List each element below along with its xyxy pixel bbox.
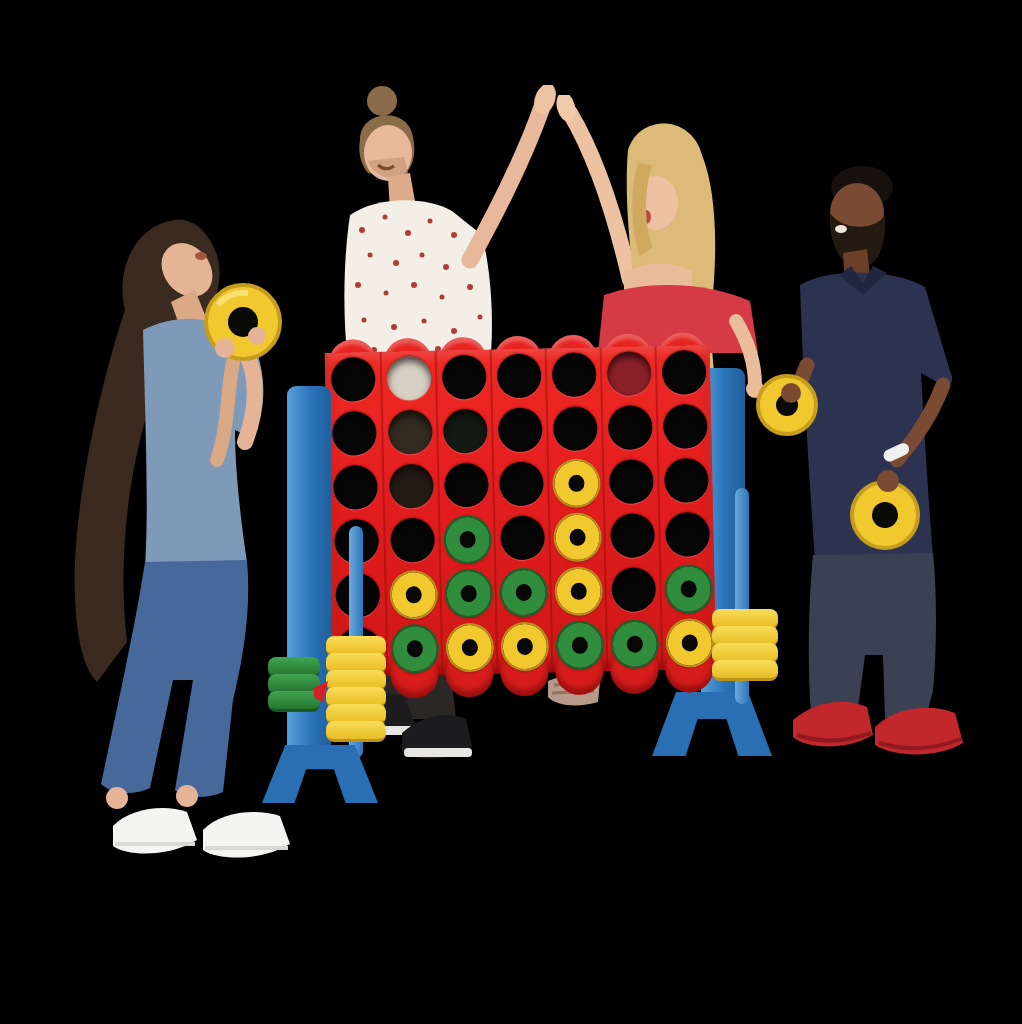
board-cell-r3c5[interactable] bbox=[547, 455, 603, 510]
yellow-disc bbox=[391, 571, 436, 617]
board-hole bbox=[551, 352, 596, 397]
board-cell-r3c2[interactable] bbox=[382, 459, 438, 514]
board-cell-r2c5[interactable] bbox=[546, 401, 602, 456]
board-hole bbox=[333, 465, 378, 510]
board-hole bbox=[496, 354, 541, 399]
green-disc bbox=[446, 570, 491, 616]
woman-left-ankle bbox=[106, 787, 128, 809]
blonde-raised-arm bbox=[570, 113, 630, 280]
board-hole bbox=[391, 572, 436, 617]
board-hole bbox=[386, 356, 431, 401]
board-hole bbox=[444, 463, 489, 508]
board-hole bbox=[330, 357, 375, 402]
board-cell-r1c5[interactable] bbox=[545, 347, 601, 402]
board-hole bbox=[667, 620, 712, 665]
board-cell-r2c3[interactable] bbox=[436, 404, 492, 459]
man-right-hand2 bbox=[877, 470, 899, 492]
board-hole bbox=[392, 626, 437, 671]
person-woman-left bbox=[55, 210, 315, 870]
scene bbox=[0, 0, 1022, 1024]
man-right-jeans bbox=[809, 553, 936, 721]
board-cell-r5c4[interactable] bbox=[494, 564, 550, 619]
left-rack-yellow-stack[interactable] bbox=[326, 640, 386, 742]
board-cell-r4c2[interactable] bbox=[383, 513, 439, 568]
woman-left-open-smile bbox=[195, 252, 207, 260]
man-bun-hair bbox=[367, 86, 397, 116]
board-cell-r3c6[interactable] bbox=[602, 454, 658, 509]
board-cell-r4c7[interactable] bbox=[658, 507, 714, 562]
board-hole bbox=[502, 623, 547, 668]
board-cell-r4c3[interactable] bbox=[438, 512, 494, 567]
woman-left-hand2 bbox=[248, 327, 266, 345]
board-hole bbox=[389, 464, 434, 509]
board-hole bbox=[552, 406, 597, 451]
yellow-disc bbox=[667, 620, 712, 666]
green-disc bbox=[557, 622, 602, 668]
board-hole bbox=[608, 459, 653, 504]
board-cell-r1c2[interactable] bbox=[380, 351, 436, 406]
board-hole bbox=[665, 512, 710, 557]
green-disc bbox=[666, 566, 711, 612]
board-hole bbox=[498, 462, 543, 507]
board-cell-r5c2[interactable] bbox=[384, 567, 440, 622]
board-hole bbox=[663, 458, 708, 503]
board-cell-r4c4[interactable] bbox=[493, 510, 549, 565]
board-hole bbox=[331, 411, 376, 456]
yellow-disc bbox=[556, 568, 601, 614]
board-cell-r1c6[interactable] bbox=[600, 346, 656, 401]
board-cell-r2c6[interactable] bbox=[601, 400, 657, 455]
green-disc bbox=[612, 621, 657, 667]
board-hole bbox=[445, 517, 490, 562]
man-right-hand bbox=[781, 383, 801, 403]
board-cell-r2c2[interactable] bbox=[381, 405, 437, 460]
yellow-disc bbox=[553, 460, 598, 506]
board-grid bbox=[325, 345, 717, 677]
board-cell-r5c6[interactable] bbox=[604, 562, 660, 617]
board-cell-r3c3[interactable] bbox=[437, 458, 493, 513]
board-hole bbox=[555, 514, 600, 559]
shoe-sole bbox=[404, 748, 472, 757]
yellow-disc bbox=[555, 514, 600, 560]
board-cell-r5c3[interactable] bbox=[439, 566, 495, 621]
board-hole bbox=[441, 355, 486, 400]
board-hole bbox=[553, 460, 598, 505]
board-hole bbox=[610, 513, 655, 558]
board-cell-r5c7[interactable] bbox=[659, 561, 715, 616]
rack-yellow-disc[interactable] bbox=[326, 721, 386, 742]
board-hole bbox=[446, 571, 491, 616]
yellow-disc bbox=[502, 623, 547, 669]
board-cell-r3c7[interactable] bbox=[657, 453, 713, 508]
man-right-smile bbox=[835, 225, 847, 233]
board-cell-r2c1[interactable] bbox=[326, 406, 382, 461]
board-hole bbox=[447, 625, 492, 670]
board-hole bbox=[662, 404, 707, 449]
board-hole bbox=[556, 568, 601, 613]
board-hole bbox=[390, 518, 435, 563]
connect-four-board bbox=[324, 332, 716, 688]
green-disc bbox=[445, 516, 490, 562]
woman-left-ankle2 bbox=[176, 785, 198, 807]
held-disc-yellow-2[interactable] bbox=[852, 482, 918, 548]
green-disc bbox=[392, 625, 437, 671]
board-hole bbox=[501, 570, 546, 615]
board-cell-r2c4[interactable] bbox=[491, 402, 547, 457]
board-hole bbox=[607, 405, 652, 450]
board-cell-r3c1[interactable] bbox=[327, 460, 383, 515]
woman-left-sneaker bbox=[113, 808, 197, 853]
board-cell-r6c7[interactable] bbox=[660, 615, 716, 670]
person-man-right bbox=[745, 135, 980, 785]
yellow-disc bbox=[447, 624, 492, 670]
woman-left-sneaker2 bbox=[203, 812, 290, 857]
green-disc bbox=[501, 569, 546, 615]
board-hole bbox=[661, 350, 706, 395]
board-hole bbox=[612, 621, 657, 666]
board-hole bbox=[666, 566, 711, 611]
board-hole bbox=[611, 567, 656, 612]
woman-left-hand bbox=[215, 338, 235, 358]
board-hole bbox=[442, 409, 487, 454]
board-cell-r6c6[interactable] bbox=[605, 616, 661, 671]
board-cell-r4c5[interactable] bbox=[548, 509, 604, 564]
board-cell-r5c5[interactable] bbox=[549, 563, 605, 618]
board-cell-r6c4[interactable] bbox=[495, 618, 551, 673]
board-hole bbox=[557, 622, 602, 667]
board-hole bbox=[387, 410, 432, 455]
board-cell-r6c3[interactable] bbox=[440, 620, 496, 675]
board-cell-r1c4[interactable] bbox=[490, 348, 546, 403]
board-cell-r1c1[interactable] bbox=[325, 352, 381, 407]
board-cell-r1c3[interactable] bbox=[435, 350, 491, 405]
board-cell-r6c5[interactable] bbox=[550, 617, 606, 672]
board-cell-r3c4[interactable] bbox=[492, 456, 548, 511]
board-hole bbox=[500, 516, 545, 561]
board-cell-r2c7[interactable] bbox=[656, 399, 712, 454]
board-cell-r6c2[interactable] bbox=[385, 621, 441, 676]
board-cell-r1c7[interactable] bbox=[655, 345, 711, 400]
board-hole bbox=[606, 351, 651, 396]
board-hole bbox=[497, 408, 542, 453]
board-cell-r4c6[interactable] bbox=[603, 508, 659, 563]
man-center-raised-arm bbox=[470, 107, 542, 260]
